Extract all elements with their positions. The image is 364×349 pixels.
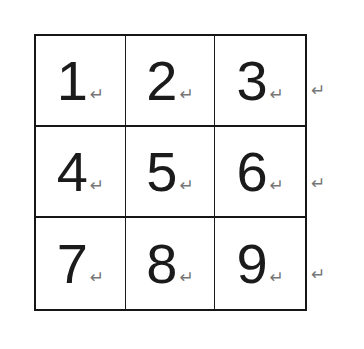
- end-of-row-mark-icon: ↵: [311, 82, 325, 99]
- cell-content: 4 ↵: [57, 144, 104, 200]
- cell-value: 9: [236, 236, 267, 292]
- grid-cell-r1c2[interactable]: 2 ↵: [126, 36, 216, 127]
- cell-value: 2: [146, 53, 177, 109]
- paragraph-mark-icon: ↵: [179, 86, 193, 103]
- cell-content: 5 ↵: [146, 144, 193, 200]
- cell-content: 9 ↵: [236, 236, 283, 292]
- end-of-row-mark-icon: ↵: [311, 266, 325, 283]
- cell-content: 1 ↵: [57, 53, 104, 109]
- cell-value: 7: [57, 236, 88, 292]
- paragraph-mark-icon: ↵: [90, 269, 104, 286]
- cell-value: 4: [57, 144, 88, 200]
- grid-cell-r1c3[interactable]: 3 ↵: [215, 36, 305, 127]
- cell-value: 6: [236, 144, 267, 200]
- cell-content: 2 ↵: [146, 53, 193, 109]
- cell-content: 6 ↵: [236, 144, 283, 200]
- number-grid-table: 1 ↵ 2 ↵ 3 ↵ 4 ↵ 5 ↵ 6 ↵ 7: [34, 34, 307, 311]
- grid-cell-r2c1[interactable]: 4 ↵: [36, 127, 126, 218]
- grid-cell-r3c1[interactable]: 7 ↵: [36, 218, 126, 309]
- grid-cell-r1c1[interactable]: 1 ↵: [36, 36, 126, 127]
- paragraph-mark-icon: ↵: [90, 86, 104, 103]
- grid-cell-r2c2[interactable]: 5 ↵: [126, 127, 216, 218]
- grid-cell-r2c3[interactable]: 6 ↵: [215, 127, 305, 218]
- cell-value: 1: [57, 53, 88, 109]
- paragraph-mark-icon: ↵: [179, 269, 193, 286]
- paragraph-mark-icon: ↵: [270, 177, 284, 194]
- cell-value: 5: [146, 144, 177, 200]
- grid-cell-r3c2[interactable]: 8 ↵: [126, 218, 216, 309]
- grid-cell-r3c3[interactable]: 9 ↵: [215, 218, 305, 309]
- end-of-row-mark-icon: ↵: [311, 175, 325, 192]
- cell-content: 8 ↵: [146, 236, 193, 292]
- paragraph-mark-icon: ↵: [270, 269, 284, 286]
- paragraph-mark-icon: ↵: [179, 177, 193, 194]
- paragraph-mark-icon: ↵: [270, 86, 284, 103]
- cell-content: 7 ↵: [57, 236, 104, 292]
- cell-content: 3 ↵: [236, 53, 283, 109]
- cell-value: 8: [146, 236, 177, 292]
- paragraph-mark-icon: ↵: [90, 177, 104, 194]
- cell-value: 3: [236, 53, 267, 109]
